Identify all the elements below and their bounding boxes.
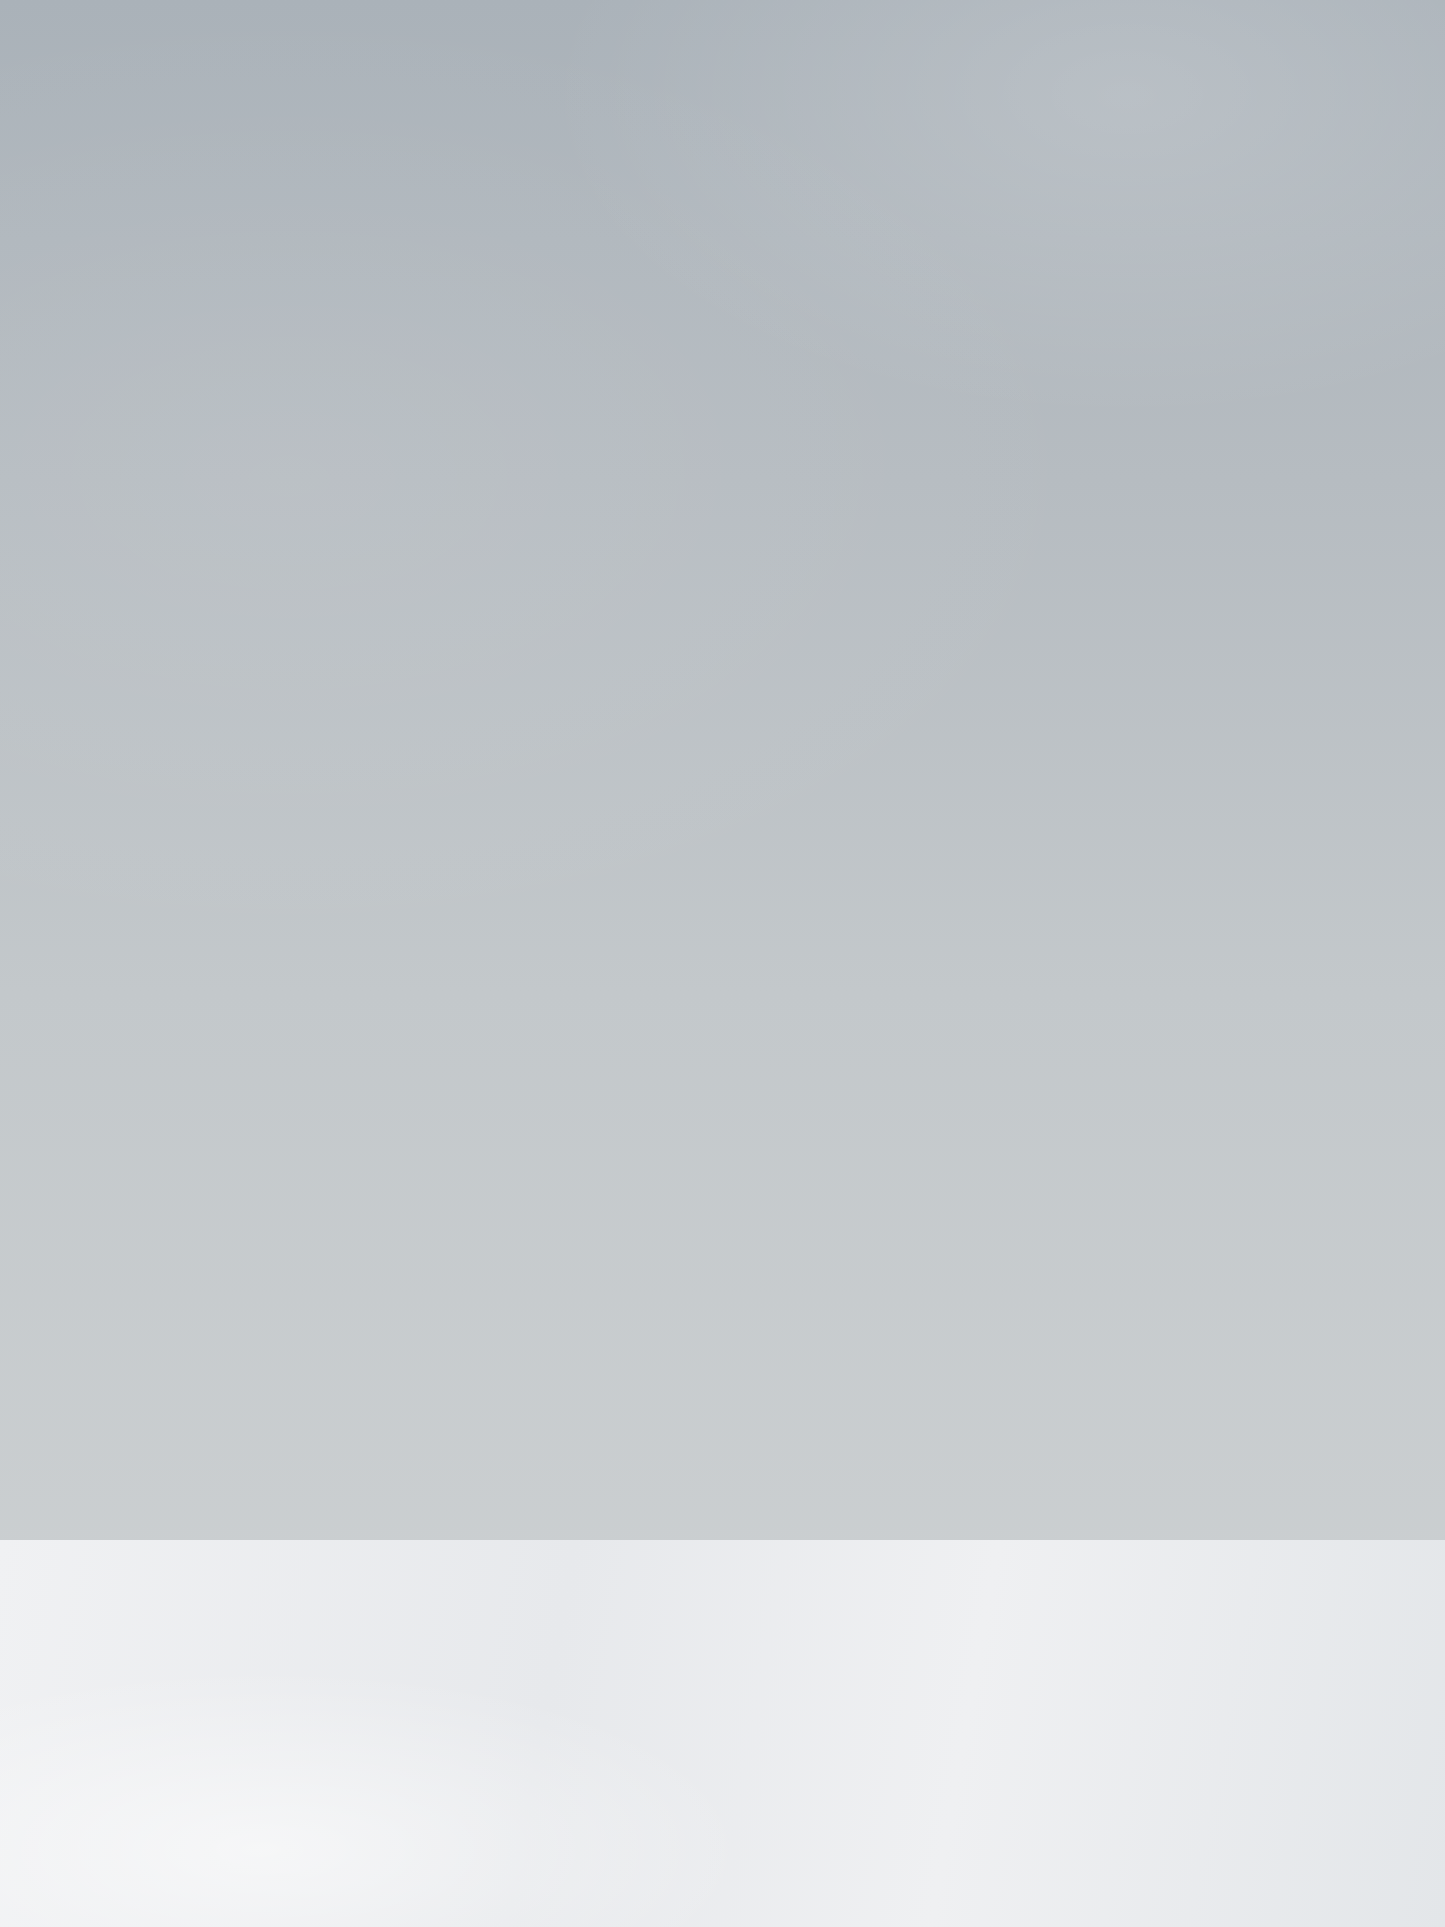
chess-photo-scene [0,0,1445,1927]
chessboard [0,0,1445,1927]
